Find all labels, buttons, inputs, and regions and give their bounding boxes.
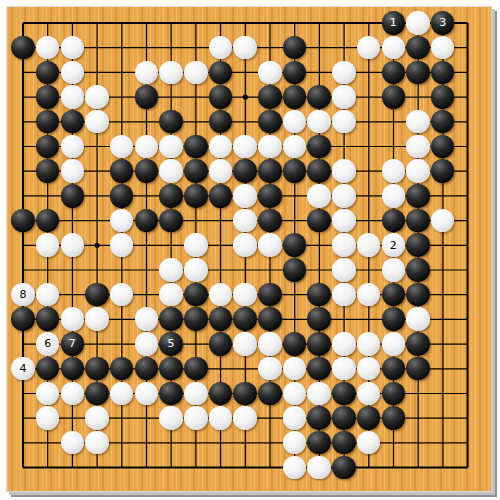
intersection[interactable] [282,282,307,307]
intersection[interactable] [183,430,208,455]
intersection[interactable] [208,381,233,406]
intersection[interactable] [282,381,307,406]
intersection[interactable] [35,109,60,134]
intersection[interactable] [208,109,233,134]
intersection[interactable] [406,307,431,332]
intersection[interactable] [134,332,159,357]
intersection[interactable] [381,356,406,381]
intersection[interactable] [307,307,332,332]
intersection[interactable] [430,406,455,431]
intersection[interactable] [35,159,60,184]
intersection[interactable] [356,406,381,431]
intersection[interactable] [430,258,455,283]
intersection[interactable] [233,60,258,85]
intersection[interactable] [356,332,381,357]
intersection[interactable] [332,430,357,455]
intersection[interactable] [60,455,85,480]
intersection[interactable] [406,159,431,184]
intersection[interactable] [109,307,134,332]
intersection[interactable] [183,85,208,110]
intersection[interactable] [35,208,60,233]
intersection[interactable] [208,159,233,184]
intersection[interactable] [307,85,332,110]
intersection[interactable] [134,356,159,381]
intersection[interactable] [381,208,406,233]
intersection[interactable] [430,208,455,233]
intersection[interactable] [332,356,357,381]
intersection[interactable] [356,134,381,159]
intersection[interactable] [430,159,455,184]
intersection[interactable] [208,258,233,283]
intersection[interactable] [159,381,184,406]
intersection[interactable]: 3 [430,11,455,36]
intersection[interactable] [233,183,258,208]
intersection[interactable] [233,455,258,480]
intersection[interactable] [183,406,208,431]
intersection[interactable] [85,183,110,208]
intersection[interactable] [258,233,283,258]
intersection[interactable] [406,332,431,357]
intersection[interactable] [455,233,480,258]
intersection[interactable] [134,455,159,480]
intersection[interactable] [134,406,159,431]
intersection[interactable] [332,406,357,431]
intersection[interactable] [60,406,85,431]
intersection[interactable] [35,430,60,455]
intersection[interactable] [258,332,283,357]
intersection[interactable] [35,11,60,36]
intersection[interactable] [60,258,85,283]
intersection[interactable] [11,233,36,258]
intersection[interactable] [307,159,332,184]
intersection[interactable] [455,35,480,60]
intersection[interactable] [282,430,307,455]
intersection[interactable] [282,85,307,110]
intersection[interactable] [282,258,307,283]
intersection[interactable]: 6 [35,332,60,357]
intersection[interactable] [208,282,233,307]
intersection[interactable] [159,233,184,258]
intersection[interactable] [381,159,406,184]
intersection[interactable] [134,258,159,283]
intersection[interactable] [455,134,480,159]
intersection[interactable] [134,60,159,85]
intersection[interactable] [60,85,85,110]
intersection[interactable] [332,183,357,208]
intersection[interactable] [233,35,258,60]
intersection[interactable] [430,381,455,406]
intersection[interactable] [381,134,406,159]
intersection[interactable] [208,430,233,455]
intersection[interactable] [11,208,36,233]
intersection[interactable] [109,85,134,110]
intersection[interactable]: 7 [60,332,85,357]
intersection[interactable] [233,356,258,381]
intersection[interactable] [134,430,159,455]
intersection[interactable] [332,233,357,258]
intersection[interactable] [381,406,406,431]
intersection[interactable] [282,134,307,159]
intersection[interactable] [282,356,307,381]
intersection[interactable] [233,282,258,307]
intersection[interactable] [159,134,184,159]
intersection[interactable] [258,455,283,480]
intersection[interactable] [134,159,159,184]
intersection[interactable] [134,134,159,159]
intersection[interactable] [183,258,208,283]
intersection[interactable] [332,35,357,60]
intersection[interactable] [183,282,208,307]
intersection[interactable] [109,60,134,85]
intersection[interactable] [134,35,159,60]
intersection[interactable] [356,35,381,60]
intersection[interactable] [11,11,36,36]
intersection[interactable] [11,455,36,480]
intersection[interactable] [208,233,233,258]
intersection[interactable] [60,11,85,36]
intersection[interactable] [85,381,110,406]
intersection[interactable] [233,307,258,332]
intersection[interactable] [183,60,208,85]
intersection[interactable] [430,134,455,159]
intersection[interactable] [258,406,283,431]
intersection[interactable] [85,430,110,455]
intersection[interactable] [109,183,134,208]
intersection[interactable]: 1 [381,11,406,36]
intersection[interactable] [134,307,159,332]
intersection[interactable] [381,35,406,60]
intersection[interactable] [233,109,258,134]
intersection[interactable] [134,85,159,110]
intersection[interactable] [60,35,85,60]
intersection[interactable] [60,183,85,208]
intersection[interactable] [282,455,307,480]
intersection[interactable] [356,109,381,134]
intersection[interactable] [208,85,233,110]
intersection[interactable] [233,208,258,233]
intersection[interactable] [406,134,431,159]
intersection[interactable] [307,406,332,431]
intersection[interactable]: 2 [381,233,406,258]
intersection[interactable] [183,11,208,36]
intersection[interactable] [455,11,480,36]
intersection[interactable] [258,60,283,85]
intersection[interactable] [233,381,258,406]
intersection[interactable] [208,60,233,85]
intersection[interactable] [455,381,480,406]
intersection[interactable] [258,381,283,406]
intersection[interactable] [60,233,85,258]
intersection[interactable] [35,282,60,307]
intersection[interactable] [134,381,159,406]
intersection[interactable] [35,381,60,406]
intersection[interactable] [159,258,184,283]
intersection[interactable] [455,60,480,85]
intersection[interactable] [406,11,431,36]
intersection[interactable] [332,60,357,85]
intersection[interactable] [85,282,110,307]
intersection[interactable] [159,455,184,480]
intersection[interactable] [430,109,455,134]
intersection[interactable] [406,455,431,480]
intersection[interactable] [307,134,332,159]
intersection[interactable] [183,183,208,208]
intersection[interactable] [183,307,208,332]
intersection[interactable] [430,35,455,60]
intersection[interactable] [11,332,36,357]
intersection[interactable]: 5 [159,332,184,357]
intersection[interactable] [307,430,332,455]
intersection[interactable] [85,406,110,431]
intersection[interactable] [159,109,184,134]
intersection[interactable] [406,282,431,307]
intersection[interactable] [134,183,159,208]
intersection[interactable] [159,159,184,184]
intersection[interactable] [11,35,36,60]
intersection[interactable] [208,307,233,332]
intersection[interactable] [258,11,283,36]
intersection[interactable] [258,430,283,455]
intersection[interactable] [109,430,134,455]
intersection[interactable] [430,455,455,480]
intersection[interactable] [11,406,36,431]
intersection[interactable] [183,332,208,357]
intersection[interactable] [258,109,283,134]
intersection[interactable] [208,332,233,357]
intersection[interactable] [307,356,332,381]
intersection[interactable] [406,406,431,431]
intersection[interactable] [60,109,85,134]
intersection[interactable] [356,307,381,332]
intersection[interactable] [35,183,60,208]
intersection[interactable] [159,406,184,431]
intersection[interactable] [430,430,455,455]
intersection[interactable] [35,455,60,480]
intersection[interactable] [332,208,357,233]
intersection[interactable] [159,430,184,455]
intersection[interactable] [307,381,332,406]
intersection[interactable] [430,332,455,357]
intersection[interactable] [233,332,258,357]
intersection[interactable] [109,282,134,307]
intersection[interactable]: 4 [11,356,36,381]
intersection[interactable] [430,233,455,258]
intersection[interactable] [35,406,60,431]
intersection[interactable] [109,11,134,36]
intersection[interactable] [11,134,36,159]
intersection[interactable] [183,109,208,134]
intersection[interactable] [282,11,307,36]
intersection[interactable] [356,258,381,283]
intersection[interactable] [430,183,455,208]
intersection[interactable] [381,430,406,455]
intersection[interactable] [134,282,159,307]
intersection[interactable] [183,159,208,184]
intersection[interactable] [11,307,36,332]
intersection[interactable] [134,109,159,134]
intersection[interactable] [381,85,406,110]
intersection[interactable] [85,134,110,159]
intersection[interactable] [282,307,307,332]
intersection[interactable] [356,356,381,381]
intersection[interactable] [406,109,431,134]
intersection[interactable] [208,455,233,480]
intersection[interactable] [307,332,332,357]
intersection[interactable] [60,60,85,85]
intersection[interactable] [307,258,332,283]
intersection[interactable] [332,134,357,159]
intersection[interactable] [332,381,357,406]
intersection[interactable] [356,159,381,184]
intersection[interactable] [35,258,60,283]
intersection[interactable] [381,60,406,85]
intersection[interactable] [381,455,406,480]
intersection[interactable] [282,35,307,60]
intersection[interactable] [381,282,406,307]
intersection[interactable] [332,11,357,36]
intersection[interactable] [455,282,480,307]
intersection[interactable] [11,183,36,208]
intersection[interactable]: 8 [11,282,36,307]
intersection[interactable] [356,381,381,406]
intersection[interactable] [11,159,36,184]
intersection[interactable] [11,85,36,110]
intersection[interactable] [406,208,431,233]
intersection[interactable] [430,356,455,381]
intersection[interactable] [208,356,233,381]
intersection[interactable] [258,356,283,381]
intersection[interactable] [381,109,406,134]
intersection[interactable] [406,258,431,283]
intersection[interactable] [134,11,159,36]
intersection[interactable] [109,356,134,381]
intersection[interactable] [455,208,480,233]
intersection[interactable] [406,381,431,406]
intersection[interactable] [85,35,110,60]
intersection[interactable] [85,60,110,85]
intersection[interactable] [282,406,307,431]
intersection[interactable] [35,35,60,60]
intersection[interactable] [332,332,357,357]
intersection[interactable] [307,35,332,60]
intersection[interactable] [109,258,134,283]
intersection[interactable] [183,356,208,381]
intersection[interactable] [406,183,431,208]
intersection[interactable] [60,381,85,406]
intersection[interactable] [406,85,431,110]
intersection[interactable] [332,307,357,332]
intersection[interactable] [60,134,85,159]
intersection[interactable] [307,455,332,480]
intersection[interactable] [109,406,134,431]
intersection[interactable] [455,430,480,455]
intersection[interactable] [85,159,110,184]
intersection[interactable] [159,282,184,307]
intersection[interactable] [134,208,159,233]
intersection[interactable] [233,134,258,159]
intersection[interactable] [109,381,134,406]
intersection[interactable] [85,85,110,110]
intersection[interactable] [109,134,134,159]
intersection[interactable] [258,258,283,283]
intersection[interactable] [208,11,233,36]
intersection[interactable] [85,208,110,233]
intersection[interactable] [109,109,134,134]
intersection[interactable] [282,60,307,85]
intersection[interactable] [109,208,134,233]
intersection[interactable] [455,356,480,381]
intersection[interactable] [233,159,258,184]
intersection[interactable] [183,35,208,60]
intersection[interactable] [258,307,283,332]
intersection[interactable] [356,455,381,480]
intersection[interactable] [233,85,258,110]
intersection[interactable] [85,356,110,381]
intersection[interactable] [60,282,85,307]
intersection[interactable] [35,233,60,258]
intersection[interactable] [332,159,357,184]
intersection[interactable] [35,356,60,381]
intersection[interactable] [430,60,455,85]
intersection[interactable] [11,109,36,134]
intersection[interactable] [11,258,36,283]
intersection[interactable] [307,60,332,85]
intersection[interactable] [455,258,480,283]
intersection[interactable] [159,356,184,381]
intersection[interactable] [430,307,455,332]
intersection[interactable] [11,60,36,85]
intersection[interactable] [159,60,184,85]
intersection[interactable] [85,258,110,283]
intersection[interactable] [356,233,381,258]
intersection[interactable] [282,183,307,208]
intersection[interactable] [258,159,283,184]
intersection[interactable] [406,233,431,258]
intersection[interactable] [60,307,85,332]
intersection[interactable] [85,11,110,36]
intersection[interactable] [381,258,406,283]
intersection[interactable] [406,35,431,60]
intersection[interactable] [85,455,110,480]
intersection[interactable] [332,258,357,283]
intersection[interactable] [356,430,381,455]
intersection[interactable] [307,233,332,258]
intersection[interactable] [85,233,110,258]
intersection[interactable] [233,406,258,431]
intersection[interactable] [455,109,480,134]
intersection[interactable] [11,430,36,455]
intersection[interactable] [35,134,60,159]
intersection[interactable] [208,183,233,208]
intersection[interactable] [233,430,258,455]
intersection[interactable] [356,282,381,307]
intersection[interactable] [356,208,381,233]
intersection[interactable] [356,11,381,36]
intersection[interactable] [233,11,258,36]
intersection[interactable] [159,11,184,36]
intersection[interactable] [381,381,406,406]
intersection[interactable] [430,85,455,110]
intersection[interactable] [332,109,357,134]
intersection[interactable] [307,109,332,134]
intersection[interactable] [356,85,381,110]
intersection[interactable] [282,332,307,357]
intersection[interactable] [455,332,480,357]
intersection[interactable] [455,455,480,480]
intersection[interactable] [282,233,307,258]
intersection[interactable] [258,35,283,60]
intersection[interactable] [159,35,184,60]
